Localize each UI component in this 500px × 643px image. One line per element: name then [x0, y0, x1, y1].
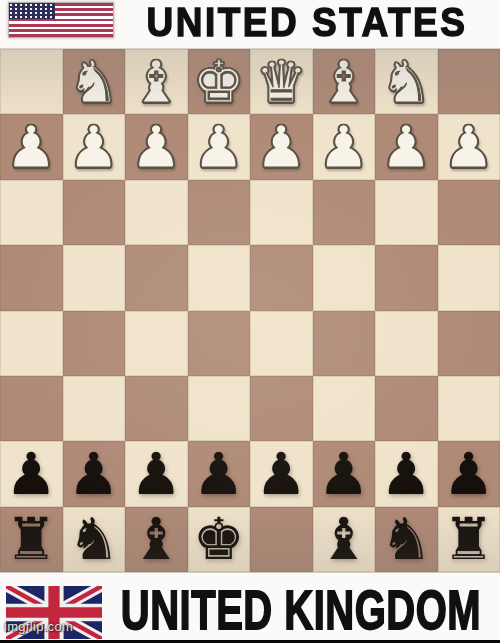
- square-d7[interactable]: ♟: [250, 441, 313, 506]
- square-b7[interactable]: ♟: [375, 441, 438, 506]
- square-c3[interactable]: [313, 180, 376, 245]
- chess-board: ♞♝♚♛♝♞♟♟♟♟♟♟♟♟♟♟♟♟♟♟♟♟♜♞♝♚♝♞♜: [0, 49, 500, 572]
- us-flag-canton: [9, 3, 55, 19]
- square-h7[interactable]: ♟: [0, 441, 63, 506]
- square-g5[interactable]: [63, 311, 126, 376]
- black-pawn-piece: ♟: [380, 445, 432, 503]
- white-knight-piece: ♞: [68, 53, 120, 111]
- meme-image: UNITED STATES ♞♝♚♛♝♞♟♟♟♟♟♟♟♟♟♟♟♟♟♟♟♟♜♞♝♚…: [0, 0, 500, 643]
- white-pawn-piece: ♟: [5, 118, 57, 176]
- square-c6[interactable]: [313, 376, 376, 441]
- square-b3[interactable]: [375, 180, 438, 245]
- black-pawn-piece: ♟: [130, 445, 182, 503]
- white-pawn-piece: ♟: [130, 118, 182, 176]
- square-a2[interactable]: ♟: [438, 114, 500, 179]
- square-b6[interactable]: [375, 376, 438, 441]
- black-knight-piece: ♞: [68, 510, 120, 568]
- imgflip-watermark: imgflip.com: [4, 619, 73, 634]
- white-bishop-piece: ♝: [130, 53, 182, 111]
- white-pawn-piece: ♟: [68, 118, 120, 176]
- square-d3[interactable]: [250, 180, 313, 245]
- black-rook-piece: ♜: [5, 510, 57, 568]
- white-queen-piece: ♛: [255, 53, 307, 111]
- square-a4[interactable]: [438, 245, 500, 310]
- square-b4[interactable]: [375, 245, 438, 310]
- square-b1[interactable]: ♞: [375, 49, 438, 114]
- us-flag-icon: [8, 2, 114, 38]
- square-h6[interactable]: [0, 376, 63, 441]
- square-g2[interactable]: ♟: [63, 114, 126, 179]
- square-h2[interactable]: ♟: [0, 114, 63, 179]
- square-e3[interactable]: [188, 180, 251, 245]
- white-knight-piece: ♞: [380, 53, 432, 111]
- white-pawn-piece: ♟: [318, 118, 370, 176]
- square-f7[interactable]: ♟: [125, 441, 188, 506]
- square-a8[interactable]: ♜: [438, 507, 500, 572]
- square-h8[interactable]: ♜: [0, 507, 63, 572]
- square-c1[interactable]: ♝: [313, 49, 376, 114]
- square-d5[interactable]: [250, 311, 313, 376]
- square-a1[interactable]: [438, 49, 500, 114]
- white-pawn-piece: ♟: [380, 118, 432, 176]
- square-f8[interactable]: ♝: [125, 507, 188, 572]
- white-king-piece: ♚: [193, 53, 245, 111]
- square-h4[interactable]: [0, 245, 63, 310]
- black-rook-piece: ♜: [443, 510, 495, 568]
- black-king-piece: ♚: [193, 510, 245, 568]
- black-pawn-piece: ♟: [5, 445, 57, 503]
- square-e1[interactable]: ♚: [188, 49, 251, 114]
- square-g3[interactable]: [63, 180, 126, 245]
- square-a3[interactable]: [438, 180, 500, 245]
- square-b8[interactable]: ♞: [375, 507, 438, 572]
- square-b2[interactable]: ♟: [375, 114, 438, 179]
- top-banner: UNITED STATES: [0, 0, 500, 49]
- square-f4[interactable]: [125, 245, 188, 310]
- square-c8[interactable]: ♝: [313, 507, 376, 572]
- square-f3[interactable]: [125, 180, 188, 245]
- square-h3[interactable]: [0, 180, 63, 245]
- square-f1[interactable]: ♝: [125, 49, 188, 114]
- square-f2[interactable]: ♟: [125, 114, 188, 179]
- square-g4[interactable]: [63, 245, 126, 310]
- square-e2[interactable]: ♟: [188, 114, 251, 179]
- square-h1[interactable]: [0, 49, 63, 114]
- square-e7[interactable]: ♟: [188, 441, 251, 506]
- square-d8[interactable]: [250, 507, 313, 572]
- square-g1[interactable]: ♞: [63, 49, 126, 114]
- square-c2[interactable]: ♟: [313, 114, 376, 179]
- square-h5[interactable]: [0, 311, 63, 376]
- square-d1[interactable]: ♛: [250, 49, 313, 114]
- black-bishop-piece: ♝: [130, 510, 182, 568]
- square-e4[interactable]: [188, 245, 251, 310]
- square-e5[interactable]: [188, 311, 251, 376]
- square-a7[interactable]: ♟: [438, 441, 500, 506]
- square-d2[interactable]: ♟: [250, 114, 313, 179]
- square-g7[interactable]: ♟: [63, 441, 126, 506]
- square-g8[interactable]: ♞: [63, 507, 126, 572]
- black-pawn-piece: ♟: [255, 445, 307, 503]
- black-pawn-piece: ♟: [68, 445, 120, 503]
- black-pawn-piece: ♟: [318, 445, 370, 503]
- black-pawn-piece: ♟: [193, 445, 245, 503]
- square-d4[interactable]: [250, 245, 313, 310]
- white-pawn-piece: ♟: [443, 118, 495, 176]
- white-pawn-piece: ♟: [255, 118, 307, 176]
- square-a6[interactable]: [438, 376, 500, 441]
- black-knight-piece: ♞: [380, 510, 432, 568]
- white-bishop-piece: ♝: [318, 53, 370, 111]
- square-c7[interactable]: ♟: [313, 441, 376, 506]
- square-f5[interactable]: [125, 311, 188, 376]
- black-pawn-piece: ♟: [443, 445, 495, 503]
- square-f6[interactable]: [125, 376, 188, 441]
- square-e6[interactable]: [188, 376, 251, 441]
- square-g6[interactable]: [63, 376, 126, 441]
- black-bishop-piece: ♝: [318, 510, 370, 568]
- square-c5[interactable]: [313, 311, 376, 376]
- square-e8[interactable]: ♚: [188, 507, 251, 572]
- white-pawn-piece: ♟: [193, 118, 245, 176]
- bottom-banner: UNITED KINGDOM imgflip.com: [0, 572, 500, 640]
- square-c4[interactable]: [313, 245, 376, 310]
- square-d6[interactable]: [250, 376, 313, 441]
- bottom-country-label: UNITED KINGDOM: [102, 582, 500, 637]
- square-a5[interactable]: [438, 311, 500, 376]
- top-country-label: UNITED STATES: [114, 1, 500, 42]
- square-b5[interactable]: [375, 311, 438, 376]
